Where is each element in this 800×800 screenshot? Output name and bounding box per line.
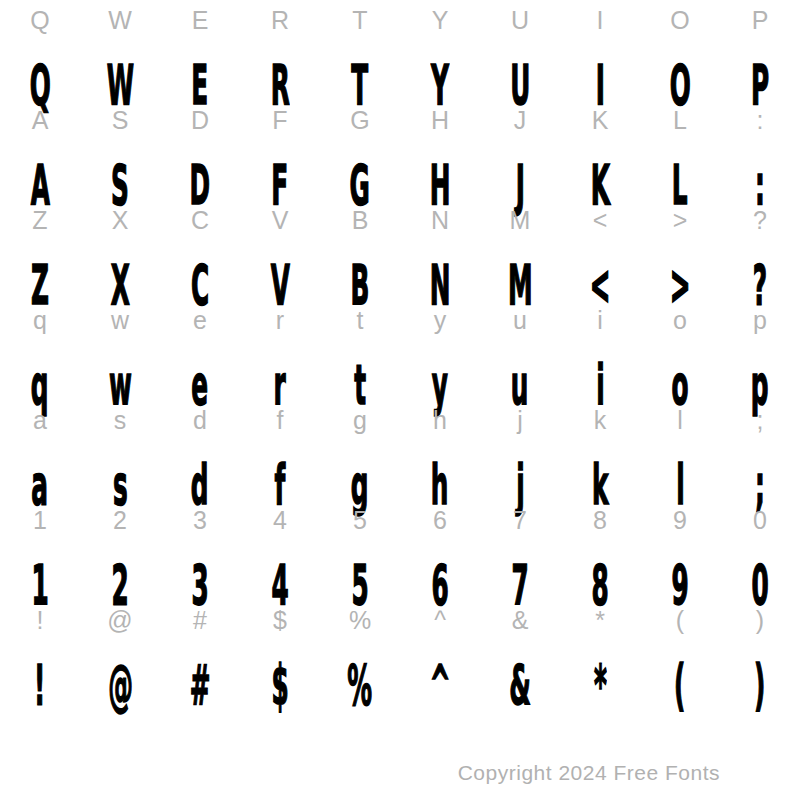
label-cell: $ (240, 600, 320, 633)
label-char: Z (32, 207, 47, 233)
label-cell: > (640, 200, 720, 233)
label-char: L (673, 107, 687, 133)
label-cell: : (720, 100, 800, 133)
label-cell: W (80, 0, 160, 33)
label-char: y (434, 307, 447, 333)
specimen-cell: & (480, 658, 560, 718)
label-cell: E (160, 0, 240, 33)
label-char: ; (757, 407, 764, 433)
label-char: Q (30, 7, 49, 33)
label-cell: I (560, 0, 640, 33)
specimen-char: % (348, 658, 373, 713)
label-row: asdfghjkl; (0, 400, 800, 433)
label-char: j (517, 407, 523, 433)
label-char: 3 (193, 507, 207, 533)
character-row-pair: ASDFGHJKL:ASDFGHJKL: (0, 100, 800, 200)
label-char: u (513, 307, 527, 333)
specimen-char: # (190, 658, 211, 713)
label-cell: 6 (400, 500, 480, 533)
label-cell: j (480, 400, 560, 433)
label-char: q (33, 307, 47, 333)
label-char: ( (676, 607, 684, 633)
label-cell: V (240, 200, 320, 233)
label-char: h (433, 407, 447, 433)
label-char: 1 (33, 507, 47, 533)
label-char: O (670, 7, 689, 33)
label-row: QWERTYUIOP (0, 0, 800, 33)
label-char: R (271, 7, 289, 33)
label-char: $ (273, 607, 287, 633)
label-char: > (673, 207, 688, 233)
label-cell: ( (640, 600, 720, 633)
label-char: X (112, 207, 129, 233)
label-char: # (193, 607, 207, 633)
character-row-pair: qwertyuiopqwertyuiop (0, 300, 800, 400)
label-char: ! (37, 607, 44, 633)
specimen-cell: ) (720, 658, 800, 718)
character-row-pair: asdfghjkl;asdfghjkl; (0, 400, 800, 500)
specimen-cell: ( (640, 658, 720, 718)
label-cell: ^ (400, 600, 480, 633)
label-cell: 1 (0, 500, 80, 533)
label-cell: g (320, 400, 400, 433)
label-char: 8 (593, 507, 607, 533)
character-row-pair: QWERTYUIOPQWERTYUIOP (0, 0, 800, 100)
label-char: W (108, 7, 132, 33)
label-cell: y (400, 300, 480, 333)
label-char: s (114, 407, 127, 433)
label-cell: q (0, 300, 80, 333)
label-char: 4 (273, 507, 287, 533)
label-char: ) (756, 607, 764, 633)
label-cell: C (160, 200, 240, 233)
specimen-char: * (594, 658, 607, 713)
label-cell: Q (0, 0, 80, 33)
specimen-char: ^ (430, 658, 451, 713)
label-cell: # (160, 600, 240, 633)
label-char: 0 (753, 507, 767, 533)
label-cell: S (80, 100, 160, 133)
label-char: ^ (434, 607, 446, 633)
label-char: 7 (513, 507, 527, 533)
label-cell: 0 (720, 500, 800, 533)
label-char: g (353, 407, 367, 433)
label-cell: 4 (240, 500, 320, 533)
label-cell: r (240, 300, 320, 333)
label-row: !@#$%^&*() (0, 600, 800, 633)
label-char: G (350, 107, 369, 133)
label-char: k (594, 407, 607, 433)
label-char: * (595, 607, 605, 633)
label-cell: t (320, 300, 400, 333)
specimen-cell: ^ (400, 658, 480, 718)
label-cell: f (240, 400, 320, 433)
label-char: E (192, 7, 209, 33)
label-char: i (597, 307, 603, 333)
label-cell: M (480, 200, 560, 233)
label-char: M (510, 207, 531, 233)
label-char: w (111, 307, 129, 333)
label-cell: ? (720, 200, 800, 233)
label-char: 6 (433, 507, 447, 533)
label-cell: 8 (560, 500, 640, 533)
label-char: d (193, 407, 207, 433)
label-cell: 5 (320, 500, 400, 533)
label-char: l (677, 407, 683, 433)
label-cell: ) (720, 600, 800, 633)
label-cell: 7 (480, 500, 560, 533)
label-cell: ! (0, 600, 80, 633)
specimen-cell: * (560, 658, 640, 718)
label-char: & (512, 607, 529, 633)
label-char: F (272, 107, 287, 133)
specimen-char: ! (34, 658, 45, 713)
label-cell: O (640, 0, 720, 33)
label-char: % (349, 607, 371, 633)
label-char: f (277, 407, 284, 433)
label-char: U (511, 7, 529, 33)
label-cell: D (160, 100, 240, 133)
character-row-pair: 12345678901234567890 (0, 500, 800, 600)
specimen-char: @ (108, 658, 133, 713)
label-char: B (352, 207, 369, 233)
label-char: e (193, 307, 207, 333)
label-char: 2 (113, 507, 127, 533)
label-cell: N (400, 200, 480, 233)
label-cell: k (560, 400, 640, 433)
label-char: 9 (673, 507, 687, 533)
label-char: : (757, 107, 764, 133)
label-char: N (431, 207, 449, 233)
label-char: r (276, 307, 284, 333)
label-cell: h (400, 400, 480, 433)
label-cell: < (560, 200, 640, 233)
label-cell: T (320, 0, 400, 33)
label-cell: o (640, 300, 720, 333)
label-cell: l (640, 400, 720, 433)
label-cell: K (560, 100, 640, 133)
label-cell: R (240, 0, 320, 33)
label-cell: w (80, 300, 160, 333)
specimen-char: $ (271, 658, 288, 713)
label-char: I (597, 7, 604, 33)
font-specimen-sheet: QWERTYUIOPQWERTYUIOPASDFGHJKL:ASDFGHJKL:… (0, 0, 800, 800)
label-cell: 3 (160, 500, 240, 533)
label-cell: Y (400, 0, 480, 33)
label-cell: L (640, 100, 720, 133)
label-cell: e (160, 300, 240, 333)
character-row-pair: !@#$%^&*()!@#$%^&*() (0, 600, 800, 700)
label-row: 1234567890 (0, 500, 800, 533)
label-cell: & (480, 600, 560, 633)
label-cell: u (480, 300, 560, 333)
character-grid: QWERTYUIOPQWERTYUIOPASDFGHJKL:ASDFGHJKL:… (0, 0, 800, 700)
label-char: Y (432, 7, 449, 33)
label-char: S (112, 107, 129, 133)
label-cell: U (480, 0, 560, 33)
label-cell: X (80, 200, 160, 233)
label-char: 5 (353, 507, 367, 533)
specimen-cell: % (320, 658, 400, 718)
label-char: @ (107, 607, 132, 633)
label-row: ASDFGHJKL: (0, 100, 800, 133)
label-char: T (352, 7, 367, 33)
label-char: A (32, 107, 49, 133)
label-char: K (592, 107, 609, 133)
label-char: t (357, 307, 364, 333)
label-cell: p (720, 300, 800, 333)
specimen-cell: ! (0, 658, 80, 718)
specimen-char: ) (754, 658, 765, 713)
specimen-char: & (509, 658, 531, 713)
specimen-row: !@#$%^&*() (0, 658, 800, 718)
label-cell: @ (80, 600, 160, 633)
label-cell: P (720, 0, 800, 33)
label-cell: H (400, 100, 480, 133)
specimen-cell: @ (80, 658, 160, 718)
label-cell: 2 (80, 500, 160, 533)
label-cell: ; (720, 400, 800, 433)
label-cell: F (240, 100, 320, 133)
label-cell: * (560, 600, 640, 633)
label-char: H (431, 107, 449, 133)
character-row-pair: ZXCVBNM<>?ZXCVBNM<>? (0, 200, 800, 300)
specimen-char: ( (674, 658, 685, 713)
label-char: V (272, 207, 289, 233)
label-cell: G (320, 100, 400, 133)
label-char: o (673, 307, 687, 333)
label-char: p (753, 307, 767, 333)
label-char: ? (753, 207, 767, 233)
label-char: D (191, 107, 209, 133)
label-cell: Z (0, 200, 80, 233)
label-cell: J (480, 100, 560, 133)
label-char: C (191, 207, 209, 233)
label-char: < (593, 207, 608, 233)
label-cell: % (320, 600, 400, 633)
specimen-cell: # (160, 658, 240, 718)
label-cell: 9 (640, 500, 720, 533)
label-cell: i (560, 300, 640, 333)
label-char: a (33, 407, 47, 433)
label-row: ZXCVBNM<>? (0, 200, 800, 233)
label-cell: B (320, 200, 400, 233)
label-row: qwertyuiop (0, 300, 800, 333)
label-cell: a (0, 400, 80, 433)
label-cell: d (160, 400, 240, 433)
label-cell: s (80, 400, 160, 433)
label-char: P (752, 7, 769, 33)
specimen-cell: $ (240, 658, 320, 718)
copyright-text: Copyright 2024 Free Fonts (458, 761, 720, 785)
label-char: J (514, 107, 527, 133)
label-cell: A (0, 100, 80, 133)
